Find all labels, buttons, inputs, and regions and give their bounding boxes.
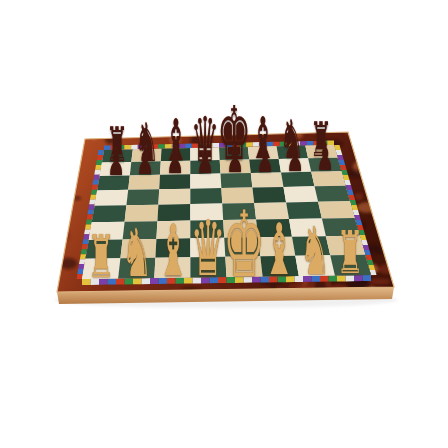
light-square — [160, 161, 190, 175]
light-square — [220, 160, 251, 174]
light-square — [305, 145, 337, 158]
dark-square — [130, 161, 161, 175]
light-square — [248, 146, 279, 159]
light-square — [156, 221, 190, 239]
chess-set-photo: ♜♞♝♛♚♝♞♜♟♟♟♟♟♟♟♟♜♞♝♛♚♝♞♜ — [0, 0, 448, 448]
light-square — [190, 174, 221, 189]
dark-square — [159, 174, 190, 189]
dark-square — [249, 159, 281, 173]
dark-square — [292, 236, 330, 256]
dark-square — [277, 146, 309, 159]
dark-square — [322, 218, 360, 236]
light-square — [190, 148, 219, 161]
dark-square — [85, 239, 122, 258]
light-square — [284, 186, 319, 202]
dark-square — [219, 147, 249, 160]
squares — [82, 145, 371, 279]
light-square — [225, 256, 262, 277]
light-square — [82, 258, 120, 279]
dark-square — [126, 189, 159, 205]
dark-square — [224, 237, 260, 256]
light-square — [254, 202, 289, 219]
dark-square — [308, 158, 341, 172]
light-square — [311, 171, 345, 186]
dark-square — [157, 204, 190, 221]
dark-square — [155, 238, 190, 257]
light-square — [89, 222, 125, 240]
dark-square — [118, 258, 155, 279]
dark-square — [190, 220, 224, 238]
light-square — [190, 204, 223, 221]
dark-square — [190, 257, 226, 278]
light-square — [120, 239, 156, 258]
light-square — [289, 218, 326, 236]
dark-square — [330, 255, 371, 276]
light-square — [190, 238, 225, 257]
dark-square — [260, 256, 299, 277]
light-square — [158, 189, 190, 205]
light-square — [279, 158, 312, 172]
light-square — [221, 188, 254, 204]
light-square — [318, 201, 355, 218]
chess-board — [0, 0, 448, 448]
dark-square — [190, 188, 222, 204]
dark-square — [286, 202, 322, 219]
light-square — [251, 172, 284, 187]
dark-square — [281, 172, 315, 187]
light-square — [100, 162, 132, 176]
dark-square — [102, 149, 133, 162]
light-square — [154, 257, 190, 278]
light-square — [223, 220, 258, 238]
dark-square — [256, 219, 292, 237]
dark-square — [190, 160, 220, 174]
dark-square — [161, 148, 191, 161]
dark-square — [252, 187, 286, 203]
dark-square — [123, 221, 158, 239]
light-square — [95, 190, 129, 206]
light-square — [128, 175, 160, 190]
dark-square — [92, 205, 127, 222]
light-square — [258, 237, 295, 257]
dark-square — [97, 175, 130, 190]
dark-square — [221, 173, 253, 188]
light-square — [295, 255, 335, 276]
light-square — [326, 236, 365, 256]
light-square — [131, 149, 161, 162]
light-square — [125, 205, 159, 222]
dark-square — [222, 203, 256, 220]
dark-square — [315, 186, 351, 202]
